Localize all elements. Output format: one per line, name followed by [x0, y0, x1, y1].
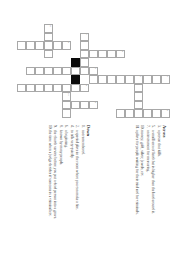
across-heading: Across — [162, 125, 167, 221]
answer-cell[interactable] — [44, 84, 53, 93]
clue-item: 2.a special place in the room where you … — [75, 125, 79, 221]
clue-item: 1.not remembered. — [81, 125, 85, 221]
cell-number: 10 — [68, 93, 70, 100]
answer-cell[interactable] — [53, 84, 62, 93]
answer-cell[interactable] — [44, 50, 53, 59]
cell-number: 1 — [167, 76, 169, 83]
answer-cell[interactable] — [53, 41, 62, 50]
answer-cell[interactable] — [62, 84, 71, 93]
answer-cell[interactable] — [98, 50, 107, 59]
clue-item-number: 7. — [146, 125, 150, 128]
answer-cell[interactable] — [71, 84, 80, 93]
answer-cell[interactable]: 2 — [161, 109, 170, 118]
answer-cell[interactable] — [134, 84, 143, 93]
clue-item-number: 4. — [70, 125, 74, 128]
answer-cell[interactable] — [134, 109, 143, 118]
answer-cell[interactable] — [26, 67, 35, 76]
clue-item-text: a special place in the room where you ca… — [76, 130, 80, 210]
clue-item: 8.known by many people. — [59, 125, 63, 221]
answer-cell[interactable] — [89, 50, 98, 59]
answer-cell[interactable] — [44, 41, 53, 50]
cell-number: 8 — [86, 85, 88, 92]
answer-cell[interactable] — [26, 84, 35, 93]
worksheet-sheet: 1234567891011 Across 3.a person that kil… — [0, 0, 180, 255]
answer-cell[interactable] — [116, 75, 125, 84]
clue-item: 9.the church service before you put a de… — [53, 125, 57, 221]
down-clues-section: Down 1.not remembered.2.a special place … — [0, 125, 91, 225]
answer-cell[interactable] — [80, 67, 89, 76]
clue-item-number: 5. — [151, 125, 155, 128]
answer-cell[interactable] — [62, 101, 71, 110]
clue-item-text: known by many people. — [59, 130, 63, 165]
clue-item-number: 9. — [53, 125, 57, 128]
answer-cell[interactable] — [125, 109, 134, 118]
answer-cell[interactable] — [134, 101, 143, 110]
answer-cell[interactable]: 4 — [116, 50, 125, 59]
clue-item-number: 10. — [140, 125, 144, 130]
answer-cell[interactable] — [89, 75, 98, 84]
clue-item-text: not remembered. — [81, 130, 85, 155]
clue-item: 5.a small area of land that is higher th… — [151, 125, 155, 221]
answer-cell[interactable] — [125, 75, 134, 84]
answer-cell[interactable] — [62, 67, 71, 76]
cell-number: 2 — [167, 110, 169, 117]
answer-cell[interactable] — [44, 33, 53, 42]
down-heading: Down — [86, 125, 91, 221]
answer-cell[interactable] — [80, 50, 89, 59]
cell-number: 6 — [95, 102, 97, 109]
answer-cell[interactable] — [35, 67, 44, 76]
answer-cell[interactable] — [152, 75, 161, 84]
clue-item-text: money; gold, silver, jewels, etc. — [141, 130, 145, 176]
answer-cell[interactable]: 7 — [80, 33, 89, 42]
cell-number: 7 — [86, 34, 88, 41]
answer-cell[interactable] — [35, 84, 44, 93]
clue-item-text: an instrument for measuring. — [146, 130, 150, 172]
clue-item-number: 11. — [135, 125, 139, 129]
answer-cell[interactable]: 5 — [89, 67, 98, 76]
clue-item-number: 3. — [157, 125, 161, 128]
answer-cell[interactable] — [17, 41, 26, 50]
cell-number: 9 — [68, 42, 70, 49]
clue-item-number: 8. — [59, 125, 63, 128]
cell-number: 4 — [122, 51, 124, 58]
clue-item: 10.the time when a judge decides if some… — [48, 125, 52, 221]
answer-cell[interactable] — [35, 41, 44, 50]
answer-cell[interactable]: 3 — [134, 75, 143, 84]
answer-cell[interactable] — [143, 75, 152, 84]
clue-item-text: the church service before you put a dead… — [54, 130, 58, 219]
cell-number: 5 — [95, 68, 97, 75]
crossword-grid: 1234567891011 — [17, 24, 170, 126]
answer-cell[interactable]: 10 — [62, 92, 71, 101]
clue-item-text: a beginning. — [65, 130, 69, 148]
clue-item: 4.to talk very quietly. — [70, 125, 74, 221]
clue-item-number: 2. — [75, 125, 79, 128]
clue-item-number: 10. — [48, 125, 52, 130]
answer-cell[interactable] — [134, 92, 143, 101]
answer-cell[interactable] — [80, 101, 89, 110]
cell-number: 3 — [140, 76, 142, 83]
black-cell — [71, 58, 80, 67]
answer-cell[interactable] — [26, 41, 35, 50]
cell-number: 11 — [50, 25, 52, 32]
clue-item: 10.money; gold, silver, jewels, etc. — [140, 125, 144, 221]
answer-cell[interactable] — [80, 58, 89, 67]
clue-item-text: a person that kills. — [157, 130, 161, 157]
answer-cell[interactable]: 6 — [89, 101, 98, 110]
clue-item: 6.a beginning. — [64, 125, 68, 221]
clue-item-text: a small area of land that is higher than… — [152, 130, 156, 214]
answer-cell[interactable]: 1 — [161, 75, 170, 84]
answer-cell[interactable] — [17, 84, 26, 93]
clue-item: 3.a person that kills. — [157, 125, 161, 221]
clue-item-number: 6. — [64, 125, 68, 128]
clue-item-number: 1. — [81, 125, 85, 128]
answer-cell[interactable] — [116, 109, 125, 118]
answer-cell[interactable] — [71, 101, 80, 110]
across-clue-list: 3.a person that kills.5.a small area of … — [135, 125, 161, 221]
answer-cell[interactable] — [143, 109, 152, 118]
down-clue-list: 1.not remembered.2.a special place in th… — [48, 125, 85, 221]
clue-item: 11.a place for people waiting for their … — [135, 125, 139, 221]
answer-cell[interactable] — [53, 67, 62, 76]
clue-item-text: a place for people waiting for their tri… — [135, 130, 139, 215]
answer-cell[interactable] — [62, 109, 71, 118]
answer-cell[interactable]: 9 — [62, 41, 71, 50]
answer-cell[interactable] — [107, 50, 116, 59]
answer-cell[interactable] — [44, 67, 53, 76]
black-cell — [71, 75, 80, 84]
answer-cell[interactable] — [80, 41, 89, 50]
answer-cell[interactable] — [71, 67, 80, 76]
answer-cell[interactable]: 11 — [44, 24, 53, 33]
answer-cell[interactable] — [98, 75, 107, 84]
clue-item-text: the time when a judge decides if someone… — [48, 130, 52, 217]
answer-cell[interactable] — [152, 109, 161, 118]
clue-item-text: to talk very quietly. — [70, 130, 74, 158]
answer-cell[interactable] — [107, 75, 116, 84]
answer-cell[interactable]: 8 — [80, 84, 89, 93]
clue-item: 7.an instrument for measuring. — [146, 125, 150, 221]
